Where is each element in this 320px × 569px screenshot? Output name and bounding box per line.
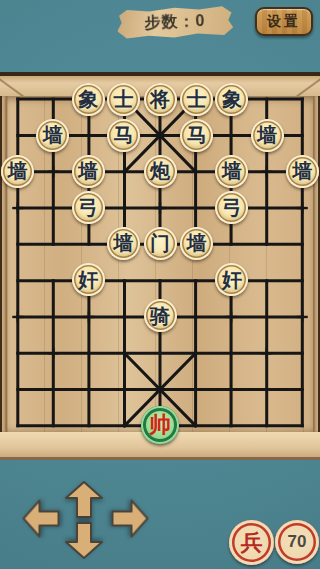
- piece-general: 将: [144, 83, 177, 116]
- settings-button[interactable]: 设置: [255, 7, 313, 36]
- piece-horse: 马: [180, 119, 213, 152]
- piece-traitor: 奸: [215, 263, 248, 296]
- steps-banner: 步数：0: [116, 5, 233, 40]
- soldier-token-label: 兵: [241, 528, 263, 558]
- piece-wall: 墙: [36, 119, 69, 152]
- piece-advisor: 士: [107, 83, 140, 116]
- piece-wall: 墙: [1, 155, 34, 188]
- settings-label: 设置: [267, 13, 301, 31]
- piece-wall: 墙: [286, 155, 319, 188]
- counter-value: 70: [288, 532, 307, 552]
- board-grid: 象士将士象墙马马墙墙墙炮墙墙弓弓墙门墙奸奸骑帅: [0, 81, 320, 444]
- direction-pad: [20, 480, 150, 562]
- steps-text: 步数：0: [144, 11, 206, 34]
- piece-wall: 墙: [215, 155, 248, 188]
- arrow-down-button[interactable]: [65, 522, 103, 559]
- piece-elephant: 象: [215, 83, 248, 116]
- piece-cannon: 炮: [144, 155, 177, 188]
- piece-wall: 墙: [107, 227, 140, 260]
- piece-wall: 墙: [72, 155, 105, 188]
- piece-wall: 墙: [180, 227, 213, 260]
- piece-door: 门: [144, 227, 177, 260]
- counter-badge: 70: [275, 520, 319, 564]
- xiangqi-board: 象士将士象墙马马墙墙墙炮墙墙弓弓墙门墙奸奸骑帅: [0, 72, 320, 460]
- arrow-up-button[interactable]: [65, 481, 103, 518]
- game-screen: 步数：0 设置 象士将士象墙马马墙墙墙炮墙墙弓弓墙门墙奸奸骑帅 兵: [0, 0, 320, 569]
- piece-elephant: 象: [72, 83, 105, 116]
- piece-bow: 弓: [215, 191, 248, 224]
- piece-bow: 弓: [72, 191, 105, 224]
- piece-advisor: 士: [180, 83, 213, 116]
- piece-rider: 骑: [144, 299, 177, 332]
- arrow-left-button[interactable]: [23, 500, 60, 538]
- piece-wall: 墙: [251, 119, 284, 152]
- arrow-right-button[interactable]: [112, 500, 149, 538]
- soldier-token-button[interactable]: 兵: [229, 520, 274, 565]
- piece-horse: 马: [107, 119, 140, 152]
- piece-marshal-player[interactable]: 帅: [141, 406, 179, 444]
- piece-traitor: 奸: [72, 263, 105, 296]
